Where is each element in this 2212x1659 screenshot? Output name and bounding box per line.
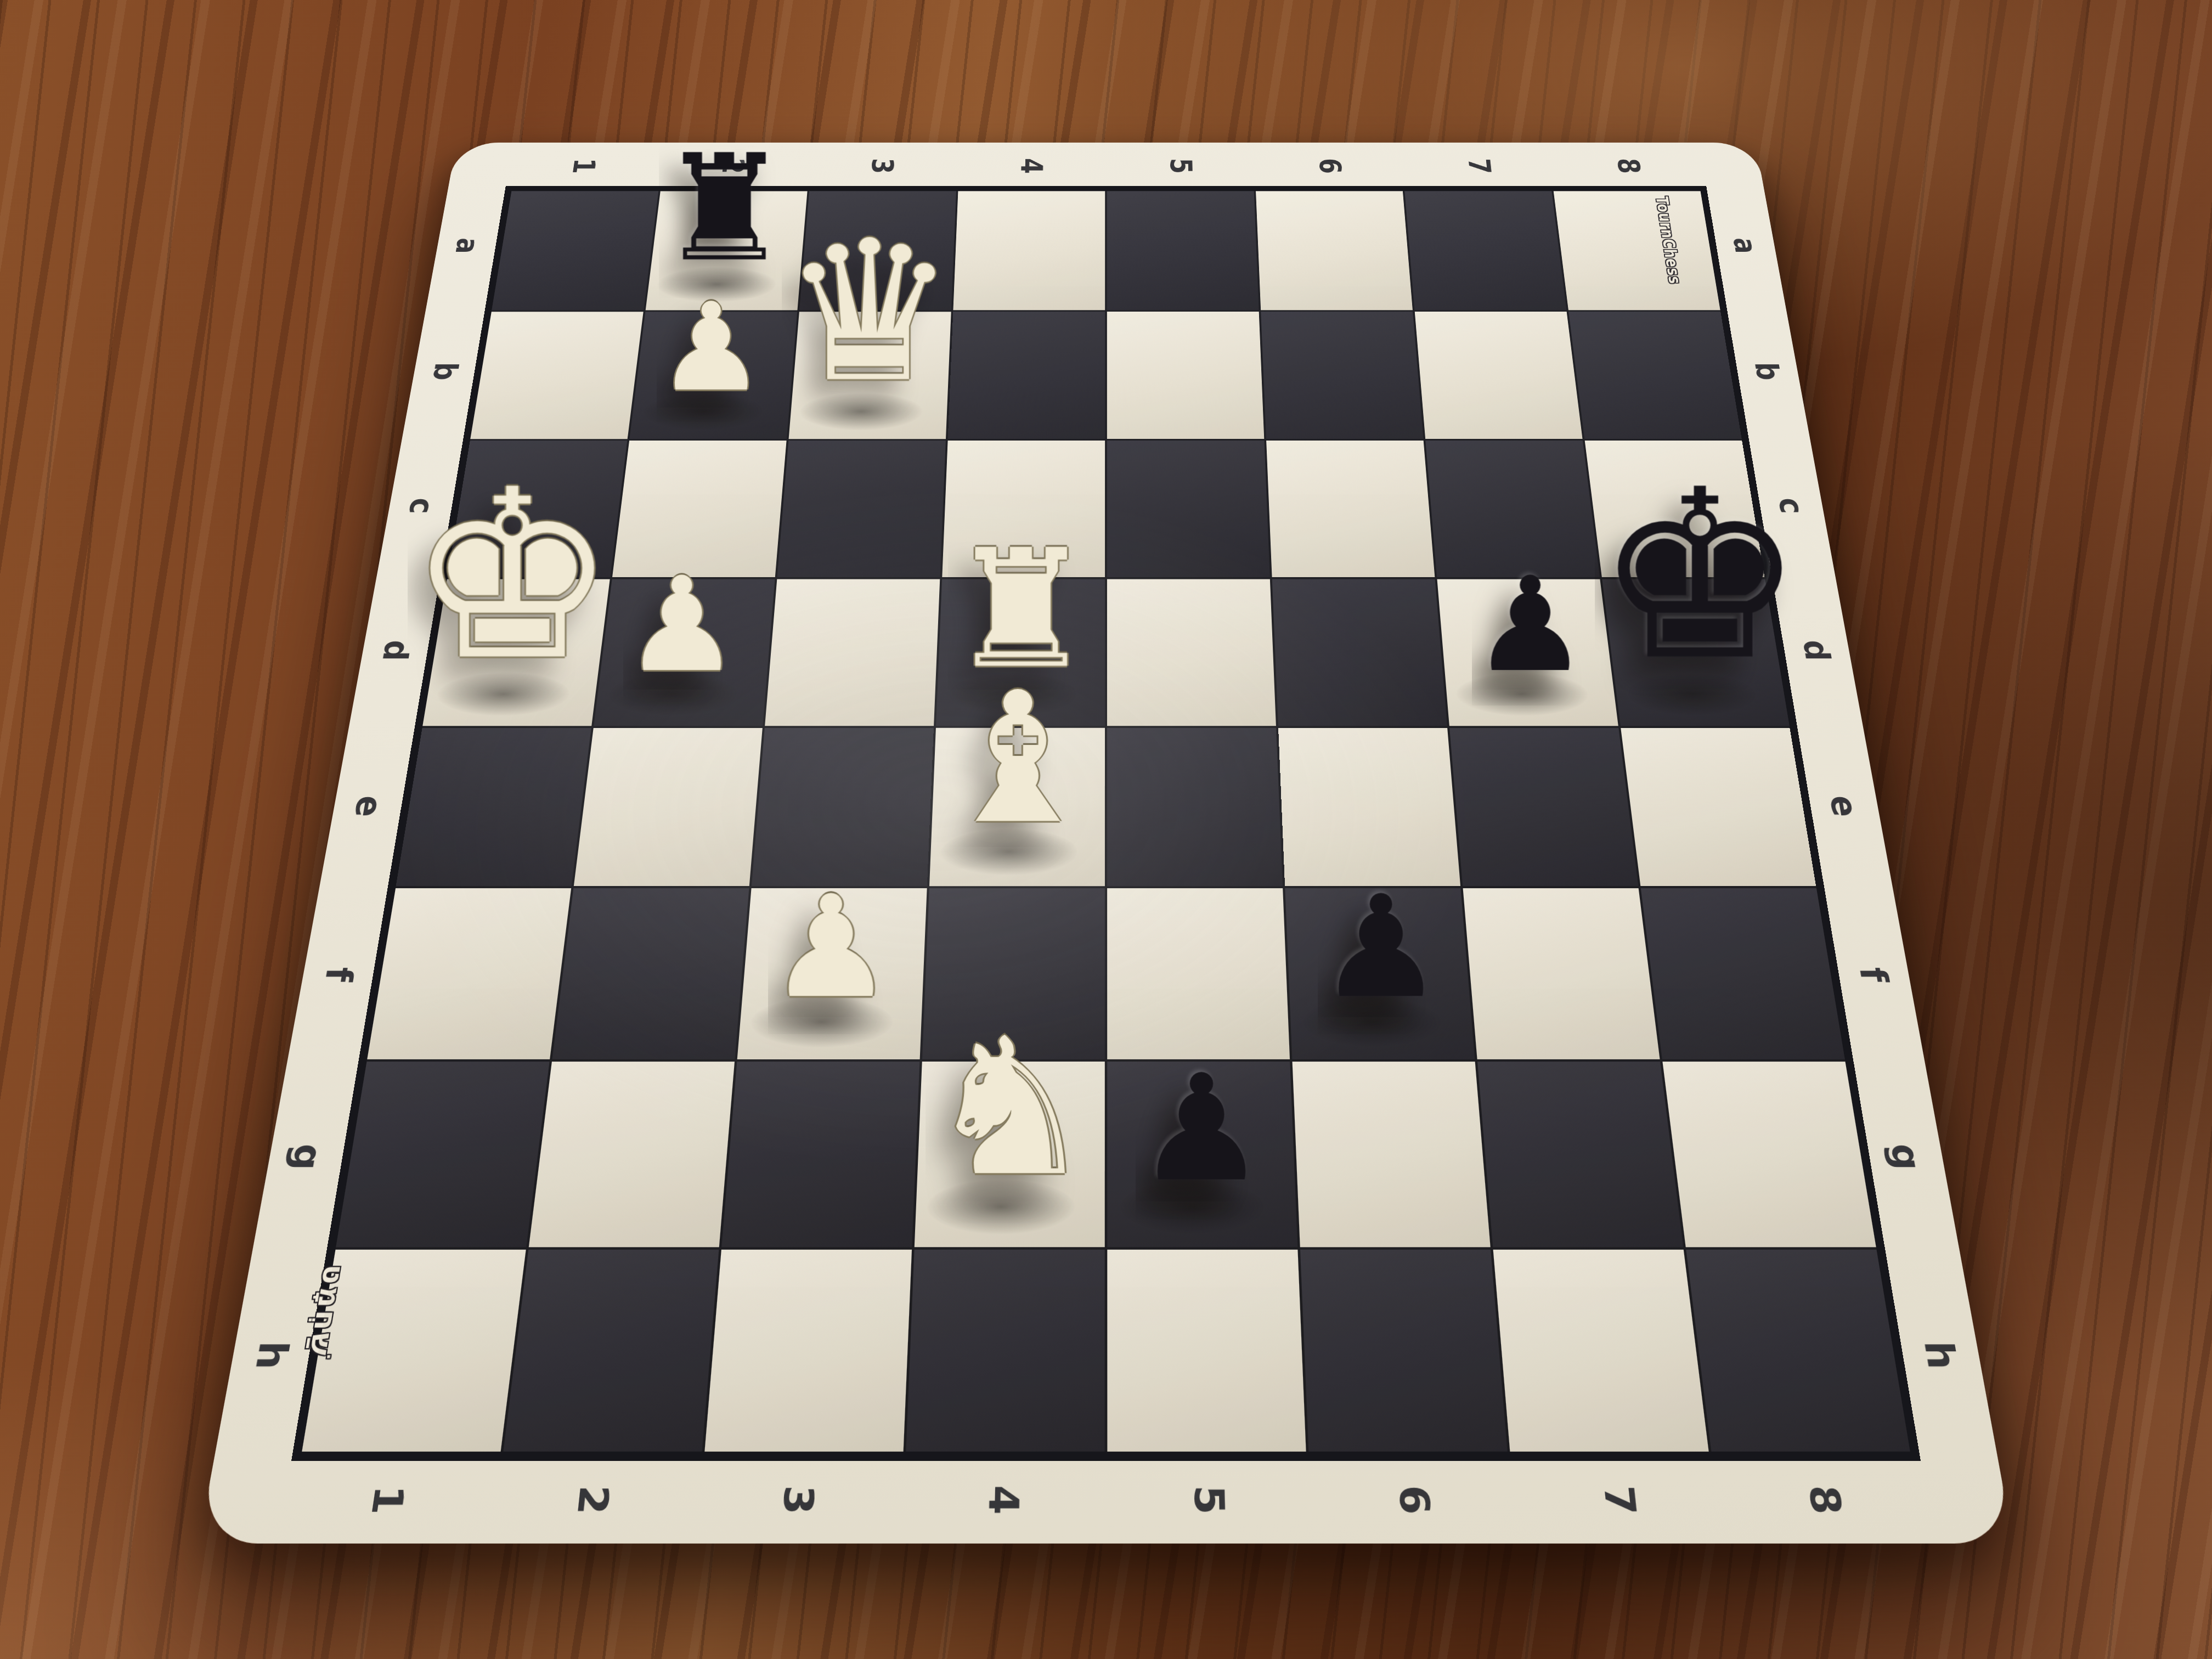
square-f3[interactable]: ♟ bbox=[737, 888, 927, 1059]
rank-label-bottom-7: 7 bbox=[1598, 1485, 1641, 1515]
square-f8[interactable] bbox=[1641, 888, 1845, 1059]
piece-white-knight-g4[interactable]: ♞ bbox=[926, 1018, 1096, 1198]
square-h8[interactable] bbox=[1686, 1250, 1910, 1452]
square-f5[interactable] bbox=[1107, 888, 1290, 1059]
square-h7[interactable] bbox=[1493, 1250, 1709, 1452]
chess-board: ♜TournChess♟♛♚♟♜♟♚♝♟♟♞♟שַׁחְמָט bbox=[291, 186, 1921, 1461]
square-a8[interactable]: TournChess bbox=[1554, 191, 1720, 310]
rank-label-top-1: 1 bbox=[568, 158, 600, 174]
square-g8[interactable] bbox=[1662, 1062, 1876, 1247]
file-label-right-h: h bbox=[1918, 1341, 1962, 1369]
square-g1[interactable] bbox=[336, 1062, 549, 1247]
square-c5[interactable] bbox=[1107, 441, 1270, 577]
file-label-right-e: e bbox=[1825, 795, 1863, 817]
square-f1[interactable] bbox=[367, 888, 571, 1059]
file-label-left-h: h bbox=[250, 1341, 294, 1369]
file-label-right-a: a bbox=[1729, 238, 1762, 253]
square-d5[interactable] bbox=[1107, 579, 1276, 726]
square-b3[interactable]: ♛ bbox=[789, 312, 951, 439]
piece-black-rook-a2[interactable]: ♜ bbox=[659, 139, 791, 278]
piece-black-pawn-f6[interactable]: ♟ bbox=[1318, 880, 1444, 1014]
square-c3[interactable] bbox=[777, 441, 946, 577]
square-e8[interactable] bbox=[1621, 728, 1816, 886]
piece-white-pawn-f3[interactable]: ♟ bbox=[768, 880, 894, 1014]
square-h4[interactable] bbox=[906, 1250, 1104, 1452]
piece-white-bishop-e4[interactable]: ♝ bbox=[937, 672, 1099, 844]
file-label-left-f: f bbox=[319, 967, 358, 982]
square-b8[interactable] bbox=[1568, 312, 1741, 439]
file-label-left-e: e bbox=[349, 795, 387, 817]
file-label-right-f: f bbox=[1854, 967, 1892, 982]
square-b4[interactable] bbox=[948, 312, 1105, 439]
wood-table-surface: 12345678 12345678 abcdefgh abcdefgh ♜Tou… bbox=[0, 0, 2212, 1659]
square-a1[interactable] bbox=[492, 191, 658, 310]
square-g2[interactable] bbox=[529, 1062, 735, 1247]
square-e5[interactable] bbox=[1107, 728, 1283, 886]
square-b1[interactable] bbox=[470, 312, 643, 439]
square-g4[interactable]: ♞ bbox=[915, 1062, 1105, 1247]
rank-label-top-4: 4 bbox=[1017, 158, 1046, 174]
square-h2[interactable] bbox=[503, 1250, 719, 1452]
file-label-left-a: a bbox=[450, 238, 483, 253]
rank-label-top-3: 3 bbox=[867, 158, 897, 174]
square-b5[interactable] bbox=[1107, 312, 1264, 439]
square-h6[interactable] bbox=[1300, 1250, 1508, 1452]
file-label-left-b: b bbox=[428, 362, 462, 380]
piece-black-pawn-g5[interactable]: ♟ bbox=[1136, 1058, 1267, 1198]
file-label-right-b: b bbox=[1750, 362, 1784, 380]
piece-white-queen-b3[interactable]: ♛ bbox=[782, 220, 956, 405]
vinyl-chess-mat: 12345678 12345678 abcdefgh abcdefgh ♜Tou… bbox=[199, 143, 2013, 1544]
square-f2[interactable] bbox=[552, 888, 749, 1059]
square-e6[interactable] bbox=[1278, 728, 1460, 886]
square-a5[interactable] bbox=[1107, 191, 1259, 310]
piece-white-king-d1[interactable]: ♚ bbox=[408, 465, 617, 687]
rank-label-bottom-1: 1 bbox=[365, 1485, 410, 1515]
brand-stamp-top-right: TournChess bbox=[1652, 196, 1684, 285]
square-d7[interactable]: ♟ bbox=[1437, 579, 1618, 726]
rank-label-top-7: 7 bbox=[1464, 158, 1495, 174]
square-h1[interactable]: שַׁחְמָט bbox=[302, 1250, 526, 1452]
square-b6[interactable] bbox=[1261, 312, 1423, 439]
square-a7[interactable] bbox=[1404, 191, 1566, 310]
rank-label-bottom-6: 6 bbox=[1393, 1485, 1435, 1515]
square-g7[interactable] bbox=[1477, 1062, 1683, 1247]
square-e4[interactable]: ♝ bbox=[929, 728, 1105, 886]
square-b2[interactable]: ♟ bbox=[629, 312, 797, 439]
rank-label-bottom-5: 5 bbox=[1188, 1485, 1229, 1515]
file-label-right-g: g bbox=[1884, 1144, 1927, 1170]
square-d2[interactable]: ♟ bbox=[594, 579, 775, 726]
square-b7[interactable] bbox=[1415, 312, 1583, 439]
square-g3[interactable] bbox=[721, 1062, 919, 1247]
square-g5[interactable]: ♟ bbox=[1107, 1062, 1297, 1247]
square-e7[interactable] bbox=[1449, 728, 1638, 886]
square-d6[interactable] bbox=[1272, 579, 1447, 726]
square-g6[interactable] bbox=[1293, 1062, 1491, 1247]
file-label-left-g: g bbox=[285, 1144, 328, 1170]
square-e3[interactable] bbox=[752, 728, 934, 886]
piece-white-pawn-b2[interactable]: ♟ bbox=[657, 290, 766, 405]
rank-label-top-5: 5 bbox=[1166, 158, 1195, 174]
piece-white-pawn-d2[interactable]: ♟ bbox=[623, 563, 740, 687]
square-h3[interactable] bbox=[704, 1250, 912, 1452]
square-f7[interactable] bbox=[1463, 888, 1660, 1059]
rank-label-top-6: 6 bbox=[1314, 158, 1345, 174]
square-e2[interactable] bbox=[574, 728, 763, 886]
square-e1[interactable] bbox=[396, 728, 591, 886]
rank-label-bottom-3: 3 bbox=[777, 1485, 819, 1515]
piece-black-pawn-d7[interactable]: ♟ bbox=[1472, 563, 1589, 687]
square-c6[interactable] bbox=[1266, 441, 1435, 577]
square-a6[interactable] bbox=[1256, 191, 1413, 310]
rank-label-bottom-8: 8 bbox=[1802, 1485, 1847, 1515]
piece-black-king-d8[interactable]: ♚ bbox=[1595, 465, 1804, 687]
square-a4[interactable] bbox=[953, 191, 1105, 310]
rank-labels-bottom: 12345678 bbox=[278, 1463, 1933, 1538]
square-d1[interactable]: ♚ bbox=[422, 579, 610, 726]
square-f6[interactable]: ♟ bbox=[1285, 888, 1475, 1059]
square-h5[interactable] bbox=[1107, 1250, 1306, 1452]
rank-label-bottom-4: 4 bbox=[983, 1485, 1024, 1515]
square-d8[interactable]: ♚ bbox=[1602, 579, 1789, 726]
rank-label-top-8: 8 bbox=[1612, 158, 1644, 174]
square-d3[interactable] bbox=[765, 579, 940, 726]
rank-label-bottom-2: 2 bbox=[571, 1485, 614, 1515]
